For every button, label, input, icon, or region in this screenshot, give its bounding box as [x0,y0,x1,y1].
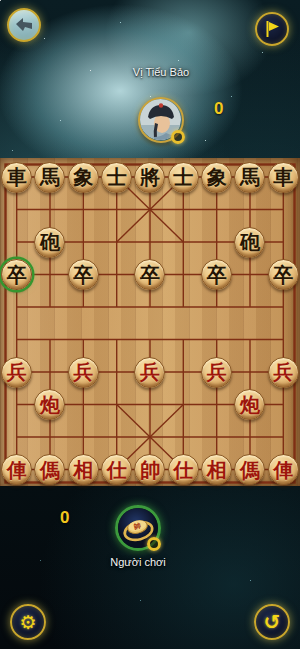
piece-black-卒[interactable]: 卒 [201,259,232,290]
board-point-d3[interactable] [100,388,133,421]
board-point-f2[interactable] [167,421,200,454]
board-point-d4[interactable] [100,356,133,389]
board-point-i1[interactable]: 俥 [267,453,300,486]
player-avatar: 帥 [115,505,161,551]
board-point-c4[interactable]: 兵 [67,356,100,389]
board-point-a6[interactable] [0,291,33,324]
board-point-a5[interactable] [0,323,33,356]
board-point-h2[interactable] [233,421,266,454]
board-point-g10[interactable]: 象 [200,161,233,194]
piece-red-帥[interactable]: 帥 [134,454,165,485]
board-point-f8[interactable] [167,226,200,259]
piece-black-砲[interactable]: 砲 [34,227,65,258]
board-point-g4[interactable]: 兵 [200,356,233,389]
board-point-h6[interactable] [233,291,266,324]
board-point-g1[interactable]: 相 [200,453,233,486]
piece-red-炮[interactable]: 炮 [234,389,265,420]
board-point-i6[interactable] [267,291,300,324]
board-point-a1[interactable]: 俥 [0,453,33,486]
board-point-h10[interactable]: 馬 [233,161,266,194]
board-point-b8[interactable]: 砲 [33,226,66,259]
board-point-a2[interactable] [0,421,33,454]
piece-black-士[interactable]: 士 [168,162,199,193]
board-point-i4[interactable]: 兵 [267,356,300,389]
board-point-h8[interactable]: 砲 [233,226,266,259]
board-point-f9[interactable] [167,193,200,226]
piece-black-卒[interactable]: 卒 [68,259,99,290]
board-point-e10[interactable]: 將 [133,161,166,194]
board-point-i5[interactable] [267,323,300,356]
flag-button[interactable] [255,12,289,46]
piece-red-傌[interactable]: 傌 [34,454,65,485]
piece-red-炮[interactable]: 炮 [34,389,65,420]
piece-red-俥[interactable]: 俥 [268,454,299,485]
board-point-b10[interactable]: 馬 [33,161,66,194]
board-point-i7[interactable]: 卒 [267,258,300,291]
board-point-a10[interactable]: 車 [0,161,33,194]
board-point-c10[interactable]: 象 [67,161,100,194]
board-point-e3[interactable] [133,388,166,421]
opponent-name: Vị Tiểu Bảo [22,66,300,78]
board-point-d1[interactable]: 仕 [100,453,133,486]
board-point-f5[interactable] [167,323,200,356]
board-point-d10[interactable]: 士 [100,161,133,194]
board-point-g7[interactable]: 卒 [200,258,233,291]
game-screen: Vị Tiểu Bảo 0 [0,0,300,649]
piece-red-仕[interactable]: 仕 [168,454,199,485]
board-point-g9[interactable] [200,193,233,226]
star-field [0,0,1,1]
board-point-g5[interactable] [200,323,233,356]
board-point-h3[interactable]: 炮 [233,388,266,421]
board-point-f1[interactable]: 仕 [167,453,200,486]
board-point-i8[interactable] [267,226,300,259]
board-point-e7[interactable]: 卒 [133,258,166,291]
board-point-f10[interactable]: 士 [167,161,200,194]
flag-icon [264,20,280,38]
gear-icon: ⚙ [19,611,36,634]
board-point-c2[interactable] [67,421,100,454]
board-point-a8[interactable] [0,226,33,259]
piece-red-兵[interactable]: 兵 [201,357,232,388]
board-point-a9[interactable] [0,193,33,226]
player-score: 0 [60,508,69,528]
xiangqi-board: 車馬象士將士象馬車砲砲卒卒卒卒卒兵兵兵兵兵炮炮俥傌相仕帥仕相傌俥 [0,158,300,486]
board-point-g2[interactable] [200,421,233,454]
board-point-f6[interactable] [167,291,200,324]
piece-black-士[interactable]: 士 [101,162,132,193]
undo-icon: ↺ [264,610,281,634]
piece-black-卒[interactable]: 卒 [134,259,165,290]
piece-red-兵[interactable]: 兵 [134,357,165,388]
board-point-b4[interactable] [33,356,66,389]
piece-black-卒[interactable]: 卒 [1,259,32,290]
board-point-b2[interactable] [33,421,66,454]
board-point-e9[interactable] [133,193,166,226]
piece-black-象[interactable]: 象 [201,162,232,193]
player-name: Người chơi [0,556,276,568]
undo-button[interactable]: ↺ [254,604,290,640]
board-point-d9[interactable] [100,193,133,226]
piece-red-相[interactable]: 相 [201,454,232,485]
piece-red-仕[interactable]: 仕 [101,454,132,485]
opponent-coin-badge-icon [171,130,185,144]
board-point-b9[interactable] [33,193,66,226]
board-point-h9[interactable] [233,193,266,226]
back-arrow-icon [15,18,33,32]
board-point-d7[interactable] [100,258,133,291]
board-point-h5[interactable] [233,323,266,356]
piece-black-車[interactable]: 車 [1,162,32,193]
board-point-i9[interactable] [267,193,300,226]
back-button[interactable] [7,8,41,42]
board-point-b5[interactable] [33,323,66,356]
opponent-avatar [138,97,184,143]
board-point-g8[interactable] [200,226,233,259]
board-point-h4[interactable] [233,356,266,389]
board-point-c1[interactable]: 相 [67,453,100,486]
board-point-d5[interactable] [100,323,133,356]
board-point-e1[interactable]: 帥 [133,453,166,486]
board-point-i2[interactable] [267,421,300,454]
piece-black-象[interactable]: 象 [68,162,99,193]
board-point-i10[interactable]: 車 [267,161,300,194]
board-point-e6[interactable] [133,291,166,324]
board-point-f7[interactable] [167,258,200,291]
board-point-b6[interactable] [33,291,66,324]
board-point-f3[interactable] [167,388,200,421]
piece-black-卒[interactable]: 卒 [268,259,299,290]
piece-black-將[interactable]: 將 [134,162,165,193]
board-point-e8[interactable] [133,226,166,259]
piece-red-兵[interactable]: 兵 [68,357,99,388]
opponent-score: 0 [214,99,223,119]
piece-red-俥[interactable]: 俥 [1,454,32,485]
board-point-h1[interactable]: 傌 [233,453,266,486]
board-point-b7[interactable] [33,258,66,291]
board-point-c6[interactable] [67,291,100,324]
board-point-c8[interactable] [67,226,100,259]
piece-black-馬[interactable]: 馬 [34,162,65,193]
board-grid: 車馬象士將士象馬車砲砲卒卒卒卒卒兵兵兵兵兵炮炮俥傌相仕帥仕相傌俥 [0,161,300,486]
board-point-e2[interactable] [133,421,166,454]
board-point-g3[interactable] [200,388,233,421]
piece-black-砲[interactable]: 砲 [234,227,265,258]
board-point-b1[interactable]: 傌 [33,453,66,486]
board-point-d6[interactable] [100,291,133,324]
board-point-c9[interactable] [67,193,100,226]
board-point-f4[interactable] [167,356,200,389]
board-point-b3[interactable]: 炮 [33,388,66,421]
board-point-g6[interactable] [200,291,233,324]
board-point-e4[interactable]: 兵 [133,356,166,389]
board-point-h7[interactable] [233,258,266,291]
board-point-a4[interactable]: 兵 [0,356,33,389]
piece-red-相[interactable]: 相 [68,454,99,485]
board-point-d2[interactable] [100,421,133,454]
board-point-e5[interactable] [133,323,166,356]
board-point-c3[interactable] [67,388,100,421]
board-point-i3[interactable] [267,388,300,421]
piece-red-兵[interactable]: 兵 [268,357,299,388]
piece-black-馬[interactable]: 馬 [234,162,265,193]
board-point-c7[interactable]: 卒 [67,258,100,291]
board-point-a7[interactable]: 卒 [0,258,33,291]
board-point-c5[interactable] [67,323,100,356]
board-point-a3[interactable] [0,388,33,421]
board-point-d8[interactable] [100,226,133,259]
player-coin-badge-icon [147,537,161,551]
piece-red-兵[interactable]: 兵 [1,357,32,388]
piece-black-車[interactable]: 車 [268,162,299,193]
piece-red-傌[interactable]: 傌 [234,454,265,485]
settings-button[interactable]: ⚙ [10,604,46,640]
